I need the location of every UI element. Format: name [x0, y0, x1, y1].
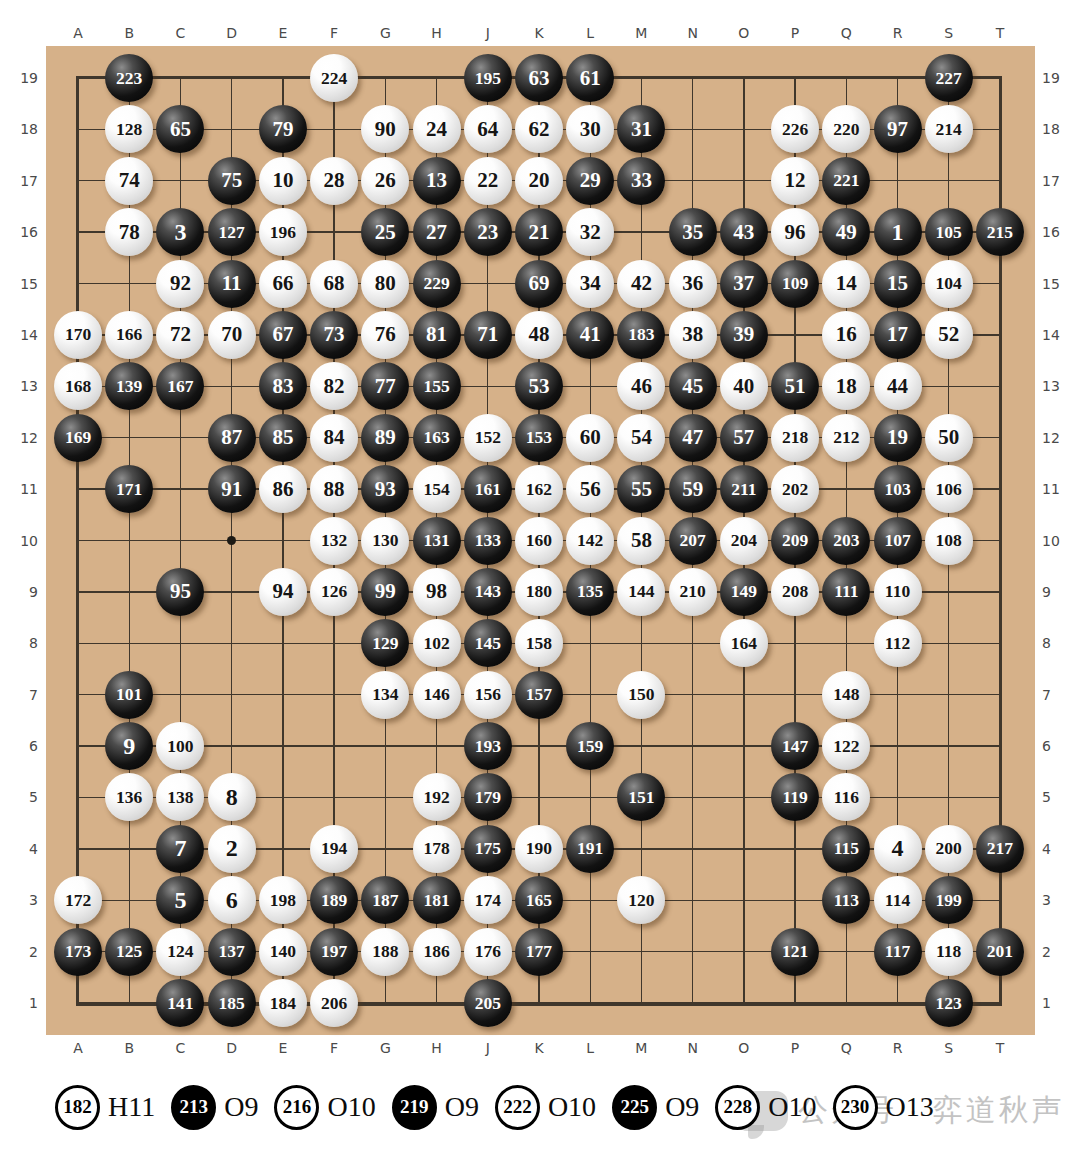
column-label: T: [985, 1040, 1015, 1056]
row-label: 7: [1042, 687, 1072, 703]
stone-D14: 70: [208, 311, 256, 359]
stone-O9: 149: [720, 568, 768, 616]
column-label: P: [780, 1040, 810, 1056]
column-label: B: [114, 25, 144, 41]
stone-F3: 189: [310, 876, 358, 924]
kifu-diagram: ABCDEFGHJKLMNOPQRST ABCDEFGHJKLMNOPQRST …: [0, 0, 1080, 1156]
column-label: C: [165, 25, 195, 41]
row-label: 12: [8, 430, 38, 446]
row-label: 7: [8, 687, 38, 703]
stone-S12: 50: [925, 414, 973, 462]
stone-Q7: 148: [822, 671, 870, 719]
column-label: H: [422, 25, 452, 41]
stone-J17: 22: [464, 157, 512, 205]
stone-M10: 58: [617, 517, 665, 565]
stone-H18: 24: [413, 105, 461, 153]
row-label: 3: [8, 892, 38, 908]
row-label: 9: [8, 584, 38, 600]
column-label: E: [268, 1040, 298, 1056]
stone-G9: 99: [361, 568, 409, 616]
stone-H9: 98: [413, 568, 461, 616]
stone-C15: 92: [156, 260, 204, 308]
stone-S11: 106: [925, 465, 973, 513]
stone-P16: 96: [771, 208, 819, 256]
caption-entry: 230O13: [833, 1085, 934, 1130]
stone-F10: 132: [310, 517, 358, 565]
row-label: 6: [1042, 738, 1072, 754]
row-label: 9: [1042, 584, 1072, 600]
caption-location: O10: [768, 1091, 816, 1123]
stone-Q10: 203: [822, 517, 870, 565]
stone-K7: 157: [515, 671, 563, 719]
row-label: 5: [8, 789, 38, 805]
stone-L16: 32: [566, 208, 614, 256]
stone-O12: 57: [720, 414, 768, 462]
stone-S19: 227: [925, 54, 973, 102]
row-label: 4: [1042, 841, 1072, 857]
stone-O8: 164: [720, 619, 768, 667]
stone-L10: 142: [566, 517, 614, 565]
stone-A2: 173: [54, 928, 102, 976]
stone-J11: 161: [464, 465, 512, 513]
stone-G14: 76: [361, 311, 409, 359]
row-label: 1: [1042, 995, 1072, 1011]
stone-S15: 104: [925, 260, 973, 308]
stone-N9: 210: [669, 568, 717, 616]
caption-entry: 228O10: [715, 1085, 816, 1130]
stone-K11: 162: [515, 465, 563, 513]
stone-K4: 190: [515, 825, 563, 873]
caption-stone: 219: [392, 1085, 437, 1130]
stone-N10: 207: [669, 517, 717, 565]
stone-G17: 26: [361, 157, 409, 205]
stone-L11: 56: [566, 465, 614, 513]
stone-F9: 126: [310, 568, 358, 616]
stone-F4: 194: [310, 825, 358, 873]
stone-P11: 202: [771, 465, 819, 513]
stone-D16: 127: [208, 208, 256, 256]
column-label: N: [678, 1040, 708, 1056]
stone-O15: 37: [720, 260, 768, 308]
stone-K8: 158: [515, 619, 563, 667]
stone-H15: 229: [413, 260, 461, 308]
stone-A13: 168: [54, 362, 102, 410]
row-label: 13: [8, 378, 38, 394]
row-label: 4: [8, 841, 38, 857]
stone-R14: 17: [874, 311, 922, 359]
stone-E1: 184: [259, 979, 307, 1027]
stone-Q15: 14: [822, 260, 870, 308]
stone-B14: 166: [105, 311, 153, 359]
stone-R3: 114: [874, 876, 922, 924]
stone-M9: 144: [617, 568, 665, 616]
stone-S16: 105: [925, 208, 973, 256]
stone-B7: 101: [105, 671, 153, 719]
stone-R12: 19: [874, 414, 922, 462]
column-label: D: [217, 25, 247, 41]
column-label: A: [63, 1040, 93, 1056]
row-label: 5: [1042, 789, 1072, 805]
column-label: J: [473, 1040, 503, 1056]
stone-K14: 48: [515, 311, 563, 359]
column-label: R: [883, 1040, 913, 1056]
stone-P15: 109: [771, 260, 819, 308]
stone-F17: 28: [310, 157, 358, 205]
column-label: O: [729, 25, 759, 41]
stone-P6: 147: [771, 722, 819, 770]
row-label: 10: [1042, 533, 1072, 549]
stone-P12: 218: [771, 414, 819, 462]
stone-E11: 86: [259, 465, 307, 513]
stone-K3: 165: [515, 876, 563, 924]
caption-location: O10: [548, 1091, 596, 1123]
stone-J4: 175: [464, 825, 512, 873]
stone-G10: 130: [361, 517, 409, 565]
column-label: S: [934, 1040, 964, 1056]
stone-D2: 137: [208, 928, 256, 976]
stone-R18: 97: [874, 105, 922, 153]
caption-location: H11: [108, 1091, 155, 1123]
stone-H5: 192: [413, 773, 461, 821]
stone-A3: 172: [54, 876, 102, 924]
column-label: O: [729, 1040, 759, 1056]
caption-stone: 213: [171, 1085, 216, 1130]
stone-H11: 154: [413, 465, 461, 513]
caption-entry: 222O10: [495, 1085, 596, 1130]
stone-Q9: 111: [822, 568, 870, 616]
stone-H3: 181: [413, 876, 461, 924]
row-label: 15: [1042, 276, 1072, 292]
stone-G12: 89: [361, 414, 409, 462]
stone-R4: 4: [874, 825, 922, 873]
stone-H2: 186: [413, 928, 461, 976]
column-label: F: [319, 1040, 349, 1056]
stone-D3: 6: [208, 876, 256, 924]
column-label: E: [268, 25, 298, 41]
column-label: A: [63, 25, 93, 41]
stone-R11: 103: [874, 465, 922, 513]
caption-entry: 225O9: [612, 1085, 699, 1130]
caption-location: O10: [327, 1091, 375, 1123]
stone-J6: 193: [464, 722, 512, 770]
caption-location: O9: [665, 1091, 699, 1123]
stone-H4: 178: [413, 825, 461, 873]
stone-R9: 110: [874, 568, 922, 616]
stone-B2: 125: [105, 928, 153, 976]
column-label: M: [626, 25, 656, 41]
stone-C2: 124: [156, 928, 204, 976]
stone-K9: 180: [515, 568, 563, 616]
column-label: Q: [831, 25, 861, 41]
stone-F11: 88: [310, 465, 358, 513]
stone-D4: 2: [208, 825, 256, 873]
row-label: 11: [8, 481, 38, 497]
stone-D12: 87: [208, 414, 256, 462]
stone-G2: 188: [361, 928, 409, 976]
column-label: G: [370, 25, 400, 41]
stone-E15: 66: [259, 260, 307, 308]
caption-stone: 230: [833, 1085, 878, 1130]
stone-M15: 42: [617, 260, 665, 308]
stone-G15: 80: [361, 260, 409, 308]
stone-R8: 112: [874, 619, 922, 667]
stone-B19: 223: [105, 54, 153, 102]
stone-N16: 35: [669, 208, 717, 256]
stone-B11: 171: [105, 465, 153, 513]
stone-S1: 123: [925, 979, 973, 1027]
stone-M7: 150: [617, 671, 665, 719]
caption-stone: 222: [495, 1085, 540, 1130]
row-label: 18: [1042, 121, 1072, 137]
stone-Q14: 16: [822, 311, 870, 359]
row-label: 1: [8, 995, 38, 1011]
column-label: C: [165, 1040, 195, 1056]
column-label: L: [575, 1040, 605, 1056]
column-label: Q: [831, 1040, 861, 1056]
stone-B6: 9: [105, 722, 153, 770]
column-label: G: [370, 1040, 400, 1056]
stone-H17: 13: [413, 157, 461, 205]
stone-N14: 38: [669, 311, 717, 359]
stone-H13: 155: [413, 362, 461, 410]
stone-H14: 81: [413, 311, 461, 359]
stone-E2: 140: [259, 928, 307, 976]
row-label: 18: [8, 121, 38, 137]
column-label: R: [883, 25, 913, 41]
column-label: D: [217, 1040, 247, 1056]
stone-E12: 85: [259, 414, 307, 462]
stone-J10: 133: [464, 517, 512, 565]
stone-B17: 74: [105, 157, 153, 205]
stone-K15: 69: [515, 260, 563, 308]
stone-C4: 7: [156, 825, 204, 873]
column-label: K: [524, 1040, 554, 1056]
row-label: 2: [1042, 944, 1072, 960]
stone-Q12: 212: [822, 414, 870, 462]
column-label: B: [114, 1040, 144, 1056]
stone-F14: 73: [310, 311, 358, 359]
stone-J3: 174: [464, 876, 512, 924]
stone-P2: 121: [771, 928, 819, 976]
row-label: 8: [1042, 635, 1072, 651]
stone-Q4: 115: [822, 825, 870, 873]
column-label: F: [319, 25, 349, 41]
stone-F2: 197: [310, 928, 358, 976]
stone-L15: 34: [566, 260, 614, 308]
stone-J12: 152: [464, 414, 512, 462]
stone-E16: 196: [259, 208, 307, 256]
stone-L6: 159: [566, 722, 614, 770]
stone-F15: 68: [310, 260, 358, 308]
stone-S14: 52: [925, 311, 973, 359]
stone-R13: 44: [874, 362, 922, 410]
row-label: 8: [8, 635, 38, 651]
caption-entry: 182H11: [55, 1085, 155, 1130]
stone-D17: 75: [208, 157, 256, 205]
stone-M17: 33: [617, 157, 665, 205]
stone-T16: 215: [976, 208, 1024, 256]
row-label: 3: [1042, 892, 1072, 908]
column-label: P: [780, 25, 810, 41]
stone-K16: 21: [515, 208, 563, 256]
stone-R10: 107: [874, 517, 922, 565]
row-label: 17: [8, 173, 38, 189]
stone-J9: 143: [464, 568, 512, 616]
stone-O14: 39: [720, 311, 768, 359]
caption-location: O9: [445, 1091, 479, 1123]
stone-K2: 177: [515, 928, 563, 976]
stone-P9: 208: [771, 568, 819, 616]
stone-E14: 67: [259, 311, 307, 359]
column-label: T: [985, 25, 1015, 41]
stone-D1: 185: [208, 979, 256, 1027]
stone-J18: 64: [464, 105, 512, 153]
row-label: 19: [1042, 70, 1072, 86]
stone-L17: 29: [566, 157, 614, 205]
column-label: L: [575, 25, 605, 41]
row-label: 14: [8, 327, 38, 343]
stone-J2: 176: [464, 928, 512, 976]
stone-H12: 163: [413, 414, 461, 462]
stone-G7: 134: [361, 671, 409, 719]
stone-L19: 61: [566, 54, 614, 102]
stone-O16: 43: [720, 208, 768, 256]
stone-A12: 169: [54, 414, 102, 462]
row-label: 14: [1042, 327, 1072, 343]
row-label: 10: [8, 533, 38, 549]
stone-O13: 40: [720, 362, 768, 410]
stone-H10: 131: [413, 517, 461, 565]
stone-J14: 71: [464, 311, 512, 359]
stone-J7: 156: [464, 671, 512, 719]
stone-K19: 63: [515, 54, 563, 102]
stone-E13: 83: [259, 362, 307, 410]
stone-N12: 47: [669, 414, 717, 462]
stone-K18: 62: [515, 105, 563, 153]
row-label: 16: [1042, 224, 1072, 240]
stone-L9: 135: [566, 568, 614, 616]
move-list-caption: 182H11213O9216O10219O9222O10225O9228O102…: [55, 1081, 950, 1133]
stone-N11: 59: [669, 465, 717, 513]
stone-K13: 53: [515, 362, 563, 410]
stone-M12: 54: [617, 414, 665, 462]
stone-L14: 41: [566, 311, 614, 359]
caption-stone: 216: [274, 1085, 319, 1130]
stone-T4: 217: [976, 825, 1024, 873]
stone-O11: 211: [720, 465, 768, 513]
row-label: 12: [1042, 430, 1072, 446]
stone-T2: 201: [976, 928, 1024, 976]
stone-K17: 20: [515, 157, 563, 205]
stone-F12: 84: [310, 414, 358, 462]
row-label: 6: [8, 738, 38, 754]
stone-S18: 214: [925, 105, 973, 153]
stone-D15: 11: [208, 260, 256, 308]
stone-A14: 170: [54, 311, 102, 359]
stone-S4: 200: [925, 825, 973, 873]
stone-K12: 153: [515, 414, 563, 462]
row-label: 16: [8, 224, 38, 240]
stone-N15: 36: [669, 260, 717, 308]
stone-S10: 108: [925, 517, 973, 565]
stone-C9: 95: [156, 568, 204, 616]
column-label: J: [473, 25, 503, 41]
stone-J8: 145: [464, 619, 512, 667]
stone-E17: 10: [259, 157, 307, 205]
stone-J5: 179: [464, 773, 512, 821]
caption-entry: 213O9: [171, 1085, 258, 1130]
stone-L12: 60: [566, 414, 614, 462]
row-label: 11: [1042, 481, 1072, 497]
stone-K10: 160: [515, 517, 563, 565]
stone-S2: 118: [925, 928, 973, 976]
column-label: H: [422, 1040, 452, 1056]
stone-J16: 23: [464, 208, 512, 256]
stone-R16: 1: [874, 208, 922, 256]
row-label: 13: [1042, 378, 1072, 394]
stone-F19: 224: [310, 54, 358, 102]
stone-M14: 183: [617, 311, 665, 359]
stone-H8: 102: [413, 619, 461, 667]
caption-stone: 182: [55, 1085, 100, 1130]
row-label: 19: [8, 70, 38, 86]
row-label: 15: [8, 276, 38, 292]
stone-Q17: 221: [822, 157, 870, 205]
stone-S3: 199: [925, 876, 973, 924]
stone-R2: 117: [874, 928, 922, 976]
column-label: S: [934, 25, 964, 41]
stone-E3: 198: [259, 876, 307, 924]
stone-D5: 8: [208, 773, 256, 821]
caption-entry: 219O9: [392, 1085, 479, 1130]
stone-H7: 146: [413, 671, 461, 719]
stone-J19: 195: [464, 54, 512, 102]
caption-location: O13: [886, 1091, 934, 1123]
stone-E9: 94: [259, 568, 307, 616]
caption-stone: 225: [612, 1085, 657, 1130]
caption-location: O9: [224, 1091, 258, 1123]
stone-J1: 205: [464, 979, 512, 1027]
caption-entry: 216O10: [274, 1085, 375, 1130]
stone-E18: 79: [259, 105, 307, 153]
row-label: 2: [8, 944, 38, 960]
stone-O10: 204: [720, 517, 768, 565]
stone-L4: 191: [566, 825, 614, 873]
stone-F1: 206: [310, 979, 358, 1027]
column-label: M: [626, 1040, 656, 1056]
row-label: 17: [1042, 173, 1072, 189]
stone-R15: 15: [874, 260, 922, 308]
stone-N13: 45: [669, 362, 717, 410]
stone-H16: 27: [413, 208, 461, 256]
stone-P10: 209: [771, 517, 819, 565]
column-label: N: [678, 25, 708, 41]
column-label: K: [524, 25, 554, 41]
stone-D11: 91: [208, 465, 256, 513]
stone-P17: 12: [771, 157, 819, 205]
caption-stone: 228: [715, 1085, 760, 1130]
